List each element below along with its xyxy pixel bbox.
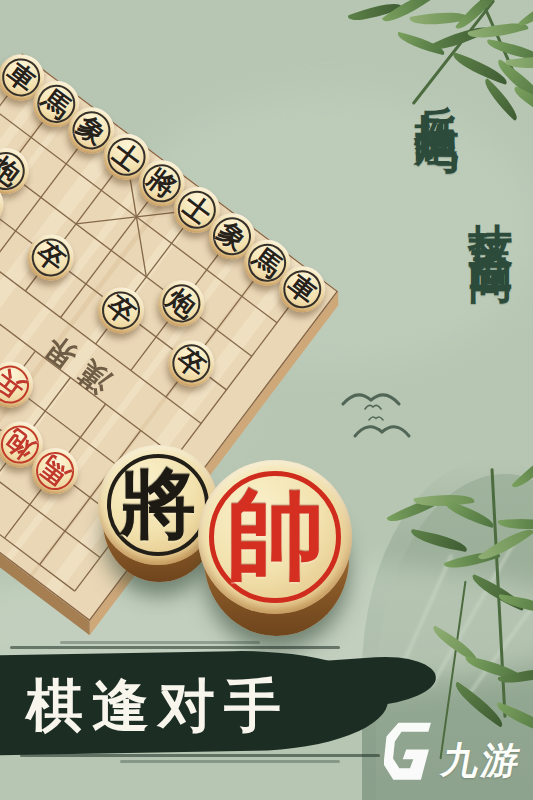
jiuyou-logo-text: 九游: [438, 736, 527, 786]
board-piece-卒: 卒: [89, 278, 153, 342]
jiuyou-logo[interactable]: 九游: [384, 720, 530, 796]
board-piece-卒: 卒: [159, 331, 223, 395]
poster: 兵挺炮鸣 技艺盖世间: [0, 0, 533, 800]
bird-icon: [352, 418, 412, 442]
board-piece-炮: 炮: [0, 139, 38, 203]
bird-icon: [364, 402, 382, 411]
board-piece-卒: 卒: [19, 225, 83, 289]
slogan-column-1: 兵挺炮鸣: [407, 70, 466, 320]
board-piece-兵: 兵: [0, 352, 42, 416]
red-general-glyph: 帥: [198, 460, 352, 614]
featured-red-general: 帥: [198, 460, 352, 614]
banner-title: 棋逢对手: [26, 668, 290, 745]
jiuyou-logo-icon: [384, 720, 436, 784]
slogan-column-2: 技艺盖世间: [461, 188, 520, 458]
board-piece-炮: 炮: [149, 271, 213, 335]
